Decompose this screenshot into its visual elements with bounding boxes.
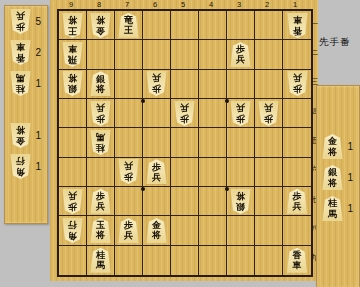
piece-kanji: 銀 — [96, 74, 105, 84]
piece-kanji: 歩 — [152, 84, 161, 94]
piece-kanji: 香 — [16, 53, 25, 63]
square-2-2[interactable] — [255, 40, 283, 69]
piece-kanji: 将 — [96, 84, 105, 94]
hand-piece-row-金将[interactable]: 金将1 — [317, 131, 359, 162]
square-7-8[interactable]: 歩兵 — [115, 216, 143, 245]
square-3-1[interactable] — [227, 11, 255, 40]
piece-kanji: 車 — [68, 44, 77, 54]
square-9-3[interactable]: 銀将 — [59, 70, 87, 99]
piece-kanji: 香 — [293, 250, 302, 260]
piece-kanji: 歩 — [236, 113, 245, 123]
square-7-3[interactable] — [115, 70, 143, 99]
piece-kanji: 角 — [16, 167, 25, 177]
piece-kanji: 歩 — [236, 44, 245, 54]
square-4-4[interactable] — [199, 99, 227, 128]
square-8-6[interactable] — [87, 158, 115, 187]
square-3-8[interactable] — [227, 216, 255, 245]
square-6-2[interactable] — [143, 40, 171, 69]
piece-歩兵-13[interactable]: 歩兵 — [287, 71, 308, 96]
piece-kanji: 馬 — [96, 260, 105, 270]
square-3-5[interactable] — [227, 128, 255, 157]
square-5-9[interactable] — [171, 246, 199, 275]
square-7-4[interactable] — [115, 99, 143, 128]
square-5-2[interactable] — [171, 40, 199, 69]
square-6-8[interactable]: 金将 — [143, 216, 171, 245]
hand-piece-row-桂馬[interactable]: 桂馬1 — [5, 68, 47, 99]
star-point — [141, 99, 145, 103]
square-8-5[interactable]: 桂馬 — [87, 128, 115, 157]
square-5-1[interactable] — [171, 11, 199, 40]
piece-kanji: 歩 — [293, 191, 302, 201]
turn-indicator: 先手番 — [319, 36, 351, 49]
piece-kanji: 兵 — [180, 103, 189, 113]
piece-角行-98[interactable]: 角行 — [62, 218, 83, 243]
piece-金将-hand[interactable]: 金将 — [322, 134, 343, 159]
file-label-3: 3 — [225, 0, 253, 9]
square-4-8[interactable] — [199, 216, 227, 245]
piece-kanji: 兵 — [152, 74, 161, 84]
piece-kanji: 将 — [328, 147, 337, 157]
piece-桂馬-hand[interactable]: 桂馬 — [10, 71, 31, 96]
square-8-7[interactable]: 歩兵 — [87, 187, 115, 216]
shogi-diagram: 歩兵5香車2桂馬1金将1角行1 987654321 一二三四五六七八九 王将金将… — [0, 0, 360, 287]
hand-piece-row-歩兵[interactable]: 歩兵5 — [5, 6, 47, 37]
square-1-9[interactable]: 香車 — [283, 246, 311, 275]
piece-kanji: 兵 — [124, 230, 133, 240]
square-2-9[interactable] — [255, 246, 283, 275]
square-6-7[interactable] — [143, 187, 171, 216]
hand-piece-count: 1 — [347, 203, 356, 214]
piece-kanji: 車 — [293, 260, 302, 270]
piece-kanji: 玉 — [96, 220, 105, 230]
piece-角行-hand[interactable]: 角行 — [10, 154, 31, 179]
piece-歩兵-84[interactable]: 歩兵 — [90, 101, 111, 126]
hand-piece-row-銀将[interactable]: 銀将1 — [317, 162, 359, 193]
piece-歩兵-76[interactable]: 歩兵 — [118, 159, 139, 184]
square-7-2[interactable] — [115, 40, 143, 69]
piece-kanji: 将 — [152, 230, 161, 240]
piece-kanji: 香 — [293, 25, 302, 35]
square-2-1[interactable] — [255, 11, 283, 40]
square-7-5[interactable] — [115, 128, 143, 157]
hand-piece-row-角行[interactable]: 角行1 — [5, 151, 47, 182]
piece-kanji: 兵 — [96, 103, 105, 113]
file-label-5: 5 — [169, 0, 197, 9]
square-2-8[interactable] — [255, 216, 283, 245]
piece-飛車-92[interactable]: 飛車 — [62, 42, 83, 67]
piece-歩兵-24[interactable]: 歩兵 — [258, 101, 279, 126]
square-7-6[interactable]: 歩兵 — [115, 158, 143, 187]
square-8-9[interactable]: 桂馬 — [87, 246, 115, 275]
square-5-8[interactable] — [171, 216, 199, 245]
square-3-4[interactable]: 歩兵 — [227, 99, 255, 128]
piece-香車-11[interactable]: 香車 — [287, 13, 308, 38]
hand-piece-count: 1 — [35, 78, 44, 89]
piece-kanji: 桂 — [328, 198, 337, 208]
piece-kanji: 歩 — [180, 113, 189, 123]
hand-piece-count: 1 — [347, 141, 356, 152]
square-9-7[interactable]: 歩兵 — [59, 187, 87, 216]
piece-kanji: 兵 — [152, 172, 161, 182]
piece-kanji: 車 — [293, 15, 302, 25]
piece-kanji: 桂 — [96, 250, 105, 260]
piece-歩兵-87[interactable]: 歩兵 — [90, 189, 111, 214]
piece-kanji: 歩 — [96, 113, 105, 123]
board-grid: 王将金将竜王香車飛車歩兵銀将銀将歩兵歩兵歩兵歩兵歩兵歩兵桂馬歩兵歩兵歩兵歩兵銀将… — [57, 9, 313, 277]
piece-kanji: 角 — [68, 230, 77, 240]
square-9-8[interactable]: 角行 — [59, 216, 87, 245]
hand-piece-row-桂馬[interactable]: 桂馬1 — [317, 193, 359, 224]
square-1-5[interactable] — [283, 128, 311, 157]
square-8-2[interactable] — [87, 40, 115, 69]
square-7-7[interactable] — [115, 187, 143, 216]
square-9-9[interactable] — [59, 246, 87, 275]
piece-桂馬-89[interactable]: 桂馬 — [90, 248, 111, 273]
square-4-2[interactable] — [199, 40, 227, 69]
piece-kanji: 銀 — [328, 167, 337, 177]
piece-銀将-83[interactable]: 銀将 — [90, 71, 111, 96]
piece-kanji: 馬 — [328, 209, 337, 219]
piece-kanji: 馬 — [16, 73, 25, 83]
hand-piece-count: 1 — [35, 130, 44, 141]
piece-kanji: 行 — [68, 220, 77, 230]
hand-piece-count: 1 — [347, 172, 356, 183]
square-5-6[interactable] — [171, 158, 199, 187]
piece-kanji: 兵 — [236, 54, 245, 64]
piece-kanji: 金 — [96, 25, 105, 35]
piece-kanji: 王 — [124, 25, 133, 35]
piece-kanji: 兵 — [16, 11, 25, 21]
star-point — [225, 187, 229, 191]
square-5-7[interactable] — [171, 187, 199, 216]
square-4-5[interactable] — [199, 128, 227, 157]
square-4-9[interactable] — [199, 246, 227, 275]
stand-gap — [5, 99, 47, 120]
square-2-7[interactable] — [255, 187, 283, 216]
square-5-5[interactable] — [171, 128, 199, 157]
piece-玉将-88[interactable]: 玉将 — [90, 218, 111, 243]
square-2-5[interactable] — [255, 128, 283, 157]
square-9-2[interactable]: 飛車 — [59, 40, 87, 69]
piece-kanji: 金 — [152, 220, 161, 230]
sente-captured-stand: 金将1銀将1桂馬1 — [316, 85, 360, 287]
piece-kanji: 兵 — [293, 74, 302, 84]
piece-歩兵-97[interactable]: 歩兵 — [62, 189, 83, 214]
square-8-4[interactable]: 歩兵 — [87, 99, 115, 128]
square-3-3[interactable] — [227, 70, 255, 99]
shogi-board: 987654321 一二三四五六七八九 王将金将竜王香車飛車歩兵銀将銀将歩兵歩兵… — [50, 0, 318, 281]
file-label-2: 2 — [253, 0, 281, 9]
piece-王将-91[interactable]: 王将 — [62, 13, 83, 38]
piece-kanji: 兵 — [68, 191, 77, 201]
star-point — [225, 99, 229, 103]
square-2-4[interactable]: 歩兵 — [255, 99, 283, 128]
piece-kanji: 兵 — [96, 201, 105, 211]
piece-kanji: 行 — [16, 156, 25, 166]
piece-歩兵-63[interactable]: 歩兵 — [146, 71, 167, 96]
piece-kanji: 将 — [68, 15, 77, 25]
square-5-3[interactable] — [171, 70, 199, 99]
square-6-1[interactable] — [143, 11, 171, 40]
square-2-6[interactable] — [255, 158, 283, 187]
hand-piece-row-金将[interactable]: 金将1 — [5, 120, 47, 151]
star-point — [141, 187, 145, 191]
piece-金将-hand[interactable]: 金将 — [10, 123, 31, 148]
piece-kanji: 将 — [236, 191, 245, 201]
piece-歩兵-hand[interactable]: 歩兵 — [10, 9, 31, 34]
piece-kanji: 将 — [328, 178, 337, 188]
piece-kanji: 将 — [96, 15, 105, 25]
piece-銀将-hand[interactable]: 銀将 — [322, 165, 343, 190]
square-3-9[interactable] — [227, 246, 255, 275]
piece-kanji: 兵 — [236, 103, 245, 113]
hand-piece-row-香車[interactable]: 香車2 — [5, 37, 47, 68]
piece-竜王-71[interactable]: 竜王 — [118, 13, 139, 38]
file-label-4: 4 — [197, 0, 225, 9]
gote-captured-stand: 歩兵5香車2桂馬1金将1角行1 — [4, 5, 48, 224]
square-3-7[interactable]: 銀将 — [227, 187, 255, 216]
piece-kanji: 金 — [16, 136, 25, 146]
piece-kanji: 桂 — [96, 142, 105, 152]
piece-歩兵-66[interactable]: 歩兵 — [146, 159, 167, 184]
square-6-3[interactable]: 歩兵 — [143, 70, 171, 99]
piece-銀将-37[interactable]: 銀将 — [230, 189, 251, 214]
piece-kanji: 歩 — [124, 220, 133, 230]
square-4-7[interactable] — [199, 187, 227, 216]
piece-kanji: 馬 — [96, 132, 105, 142]
hand-piece-count: 2 — [35, 47, 44, 58]
square-3-2[interactable]: 歩兵 — [227, 40, 255, 69]
hand-piece-count: 1 — [35, 161, 44, 172]
piece-kanji: 銀 — [68, 84, 77, 94]
file-labels: 987654321 — [57, 0, 309, 9]
square-5-4[interactable]: 歩兵 — [171, 99, 199, 128]
square-9-5[interactable] — [59, 128, 87, 157]
piece-kanji: 歩 — [264, 113, 273, 123]
piece-kanji: 将 — [96, 230, 105, 240]
piece-kanji: 飛 — [68, 54, 77, 64]
piece-kanji: 桂 — [16, 84, 25, 94]
piece-kanji: 兵 — [264, 103, 273, 113]
piece-香車-19[interactable]: 香車 — [287, 248, 308, 273]
piece-kanji: 歩 — [293, 84, 302, 94]
square-7-1[interactable]: 竜王 — [115, 11, 143, 40]
piece-歩兵-32[interactable]: 歩兵 — [230, 42, 251, 67]
square-1-8[interactable] — [283, 216, 311, 245]
square-4-1[interactable] — [199, 11, 227, 40]
file-label-9: 9 — [57, 0, 85, 9]
square-6-6[interactable]: 歩兵 — [143, 158, 171, 187]
piece-歩兵-17[interactable]: 歩兵 — [287, 189, 308, 214]
piece-銀将-93[interactable]: 銀将 — [62, 71, 83, 96]
piece-桂馬-hand[interactable]: 桂馬 — [322, 196, 343, 221]
square-8-3[interactable]: 銀将 — [87, 70, 115, 99]
piece-kanji: 兵 — [293, 201, 302, 211]
square-8-1[interactable]: 金将 — [87, 11, 115, 40]
square-6-9[interactable] — [143, 246, 171, 275]
square-4-6[interactable] — [199, 158, 227, 187]
piece-歩兵-54[interactable]: 歩兵 — [174, 101, 195, 126]
piece-歩兵-34[interactable]: 歩兵 — [230, 101, 251, 126]
file-label-7: 7 — [113, 0, 141, 9]
piece-kanji: 銀 — [236, 201, 245, 211]
piece-kanji: 竜 — [124, 15, 133, 25]
square-1-1[interactable]: 香車 — [283, 11, 311, 40]
square-1-4[interactable] — [283, 99, 311, 128]
piece-kanji: 兵 — [124, 162, 133, 172]
square-2-3[interactable] — [255, 70, 283, 99]
square-6-5[interactable] — [143, 128, 171, 157]
piece-kanji: 王 — [68, 25, 77, 35]
square-8-8[interactable]: 玉将 — [87, 216, 115, 245]
piece-歩兵-78[interactable]: 歩兵 — [118, 218, 139, 243]
piece-kanji: 歩 — [152, 162, 161, 172]
piece-kanji: 歩 — [68, 201, 77, 211]
piece-kanji: 歩 — [16, 22, 25, 32]
square-9-1[interactable]: 王将 — [59, 11, 87, 40]
file-label-1: 1 — [281, 0, 309, 9]
piece-香車-hand[interactable]: 香車 — [10, 40, 31, 65]
square-1-3[interactable]: 歩兵 — [283, 70, 311, 99]
square-4-3[interactable] — [199, 70, 227, 99]
square-1-2[interactable] — [283, 40, 311, 69]
piece-金将-68[interactable]: 金将 — [146, 218, 167, 243]
piece-kanji: 車 — [16, 42, 25, 52]
square-3-6[interactable] — [227, 158, 255, 187]
hand-piece-count: 5 — [35, 16, 44, 27]
square-1-7[interactable]: 歩兵 — [283, 187, 311, 216]
file-label-6: 6 — [141, 0, 169, 9]
square-9-4[interactable] — [59, 99, 87, 128]
piece-桂馬-85[interactable]: 桂馬 — [90, 130, 111, 155]
square-6-4[interactable] — [143, 99, 171, 128]
square-7-9[interactable] — [115, 246, 143, 275]
square-9-6[interactable] — [59, 158, 87, 187]
piece-kanji: 金 — [328, 136, 337, 146]
piece-金将-81[interactable]: 金将 — [90, 13, 111, 38]
square-1-6[interactable] — [283, 158, 311, 187]
piece-kanji: 歩 — [124, 172, 133, 182]
piece-kanji: 将 — [16, 125, 25, 135]
file-label-8: 8 — [85, 0, 113, 9]
piece-kanji: 歩 — [96, 191, 105, 201]
piece-kanji: 将 — [68, 74, 77, 84]
